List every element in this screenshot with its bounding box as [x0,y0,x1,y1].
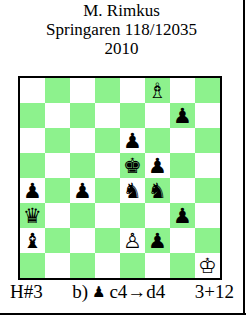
material-count: 3+12 [195,281,234,302]
square-g2 [170,228,195,253]
square-f5: ♟ [145,153,170,178]
square-a2: ♝ [20,228,45,253]
black-pawn-a4: ♟ [20,178,45,203]
black-knight-e4: ♞ [120,178,145,203]
black-pawn-icon: ♟ [92,282,105,303]
chessboard: ♗♟♟♚♟♟♟♞♞♛♟♝♙♟♔ [18,76,222,280]
square-d1 [95,253,120,278]
square-b3 [45,203,70,228]
white-bishop-f8: ♗ [145,78,170,103]
square-b2 [45,228,70,253]
square-e4: ♞ [120,178,145,203]
square-e3 [120,203,145,228]
square-h5 [195,153,220,178]
square-b1 [45,253,70,278]
square-c3 [70,203,95,228]
black-pawn-e6: ♟ [120,128,145,153]
square-f3 [145,203,170,228]
square-c8 [70,78,95,103]
square-h6 [195,128,220,153]
square-c7 [70,103,95,128]
square-f1 [145,253,170,278]
square-g8 [170,78,195,103]
diagram-header: M. Rimkus Springaren 118/12035 2010 [0,1,243,58]
square-g1 [170,253,195,278]
square-h4 [195,178,220,203]
square-h3 [195,203,220,228]
frame-right-line [243,0,245,315]
square-d7 [95,103,120,128]
square-g7: ♟ [170,103,195,128]
square-f8: ♗ [145,78,170,103]
square-a4: ♟ [20,178,45,203]
square-b6 [45,128,70,153]
square-f6 [145,128,170,153]
square-g4 [170,178,195,203]
black-pawn-f5: ♟ [145,153,170,178]
square-d4 [95,178,120,203]
square-f4: ♞ [145,178,170,203]
stipulation: H#3 [10,281,43,302]
square-a3: ♛ [20,203,45,228]
white-king-h1: ♔ [195,253,220,278]
square-h1: ♔ [195,253,220,278]
square-c4: ♟ [70,178,95,203]
square-h2 [195,228,220,253]
square-d8 [95,78,120,103]
square-g6 [170,128,195,153]
square-c1 [70,253,95,278]
black-queen-a3: ♛ [20,203,45,228]
chess-problem-diagram: M. Rimkus Springaren 118/12035 2010 ♗♟♟♚… [0,0,246,320]
square-d2 [95,228,120,253]
square-e5: ♚ [120,153,145,178]
caption-row: H#3 b) ♟ c4→d4 3+12 [10,281,234,304]
source: Springaren 118/12035 [0,20,243,39]
square-c2 [70,228,95,253]
square-a5 [20,153,45,178]
square-b5 [45,153,70,178]
square-a8 [20,78,45,103]
square-c6 [70,128,95,153]
square-e2: ♙ [120,228,145,253]
square-g5 [170,153,195,178]
twin-prefix: b) [72,281,88,302]
square-f2: ♟ [145,228,170,253]
square-d6 [95,128,120,153]
square-a6 [20,128,45,153]
square-h8 [195,78,220,103]
square-b8 [45,78,70,103]
square-d3 [95,203,120,228]
square-d5 [95,153,120,178]
square-e7 [120,103,145,128]
square-a1 [20,253,45,278]
black-pawn-g7: ♟ [170,103,195,128]
square-b4 [45,178,70,203]
square-b7 [45,103,70,128]
square-e1 [120,253,145,278]
black-pawn-f2: ♟ [145,228,170,253]
black-pawn-g3: ♟ [170,203,195,228]
square-f7 [145,103,170,128]
black-bishop-a2: ♝ [20,228,45,253]
square-e6: ♟ [120,128,145,153]
white-pawn-e2: ♙ [120,228,145,253]
square-e8 [120,78,145,103]
black-knight-f4: ♞ [145,178,170,203]
square-a7 [20,103,45,128]
square-h7 [195,103,220,128]
author: M. Rimkus [0,1,243,20]
black-pawn-c4: ♟ [70,178,95,203]
year: 2010 [0,39,243,58]
square-g3: ♟ [170,203,195,228]
twin-move: c4→d4 [109,281,165,302]
twin-condition: b) ♟ c4→d4 [72,281,165,304]
frame-bottom-line [0,313,246,315]
black-king-e5: ♚ [120,153,145,178]
square-c5 [70,153,95,178]
